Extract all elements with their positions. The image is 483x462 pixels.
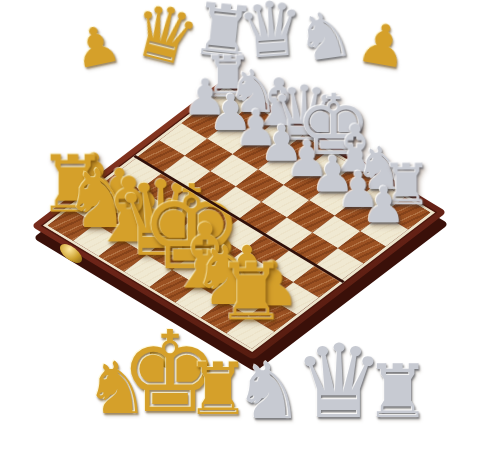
tray-gold-pawn: ♟ (353, 13, 412, 77)
board-frame: ♜♞♝♛♚♝♞♜♟♟♟♟♟♟♟♟♟♟♟♟♟♟♟♟♜♞♝♛♚♝♞♜ (31, 78, 447, 360)
board-grid: ♜♞♝♛♚♝♞♜♟♟♟♟♟♟♟♟♟♟♟♟♟♟♟♟♜♞♝♛♚♝♞♜ (43, 86, 435, 352)
tray-silver-rook: ♜ (365, 354, 431, 428)
tray-silver-queen: ♛ (293, 331, 384, 433)
tray-gold-pawn: ♟ (68, 16, 124, 77)
tray-gold-knight: ♞ (85, 352, 150, 424)
gold-rook-h1: ♜ (216, 253, 284, 332)
square-h1: ♜ (226, 316, 274, 348)
chess-set-product-photo: ♟♛♜♛♞♟ ♜♞♝♛♚♝♞♜♟♟♟♟♟♟♟♟♟♟♟♟♟♟♟♟♜♞♝♛♚♝♞♜ … (0, 0, 483, 462)
tray-silver-knight: ♞ (292, 1, 358, 72)
silver-pawn-h7: ♟ (350, 180, 418, 230)
brass-clasp (147, 345, 175, 371)
